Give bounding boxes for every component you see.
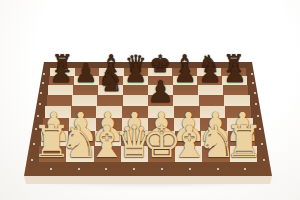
white-rook[interactable]: ♜ [225, 120, 264, 164]
black-pawn[interactable]: ♟ [124, 60, 147, 86]
frame-marker-dot [161, 168, 163, 170]
black-pawn[interactable]: ♟ [198, 60, 221, 86]
frame-marker-dot [43, 73, 45, 75]
black-pawn[interactable]: ♟ [223, 60, 246, 86]
frame-marker-dot [42, 82, 44, 84]
frame-marker-dot [78, 168, 80, 170]
frame-marker-dot [50, 168, 52, 170]
black-pawn[interactable]: ♟ [174, 60, 197, 86]
frame-marker-dot [251, 73, 253, 75]
frame-marker-dot [254, 92, 256, 94]
black-knight[interactable]: ♞ [98, 68, 123, 96]
black-pawn[interactable]: ♟ [147, 77, 174, 107]
frame-marker-dot [217, 168, 219, 170]
black-pawn[interactable]: ♟ [49, 60, 72, 86]
black-pawn[interactable]: ♟ [74, 60, 97, 86]
frame-marker-dot [189, 168, 191, 170]
product-photo-scene: ♜♝♛♚♝♞♜♟♟♟♟♟♟♟♞♟♟♟♟♟♟♟♟♟♜♞♝♛♚♝♞♜ [0, 0, 300, 200]
